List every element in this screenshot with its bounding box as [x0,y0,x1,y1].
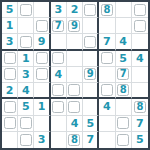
sudoku-cell-r3c5[interactable] [67,34,83,50]
sudoku-cell-r4c4[interactable] [51,51,67,67]
sudoku-cell-r5c8[interactable]: 7 [116,67,132,83]
empty-input-box [68,101,80,113]
sudoku-cell-r7c4[interactable] [51,99,67,115]
empty-input-box [117,134,129,146]
empty-input-box [68,84,80,96]
sudoku-cell-r7c7[interactable]: 4 [99,99,115,115]
digit: 3 [54,4,62,15]
sudoku-cell-r1c4[interactable]: 3 [51,2,67,18]
digit: 8 [120,85,127,95]
empty-input-box [134,4,146,16]
digit: 5 [136,134,144,145]
digit: 5 [6,4,14,15]
sudoku-cell-r7c8[interactable] [116,99,132,115]
sudoku-cell-r6c2[interactable]: 4 [18,83,34,99]
sudoku-board: 53281793974154349724851484573875 [0,0,150,150]
sudoku-cell-r6c5[interactable] [67,83,83,99]
sudoku-cell-r8c8[interactable] [116,116,132,132]
digit: 8 [103,5,110,15]
sudoku-cell-r7c6[interactable] [83,99,99,115]
sudoku-cell-r8c2[interactable] [18,116,34,132]
digit: 2 [6,85,14,96]
sudoku-cell-r2c4[interactable]: 7 [51,18,67,34]
empty-input-box [36,20,48,32]
sudoku-cell-r5c4[interactable]: 4 [51,67,67,83]
sudoku-cell-r1c7[interactable]: 8 [99,2,115,18]
filled-input-box: 7 [52,20,64,32]
digit: 7 [103,36,111,47]
filled-input-box: 8 [117,84,129,96]
sudoku-cell-r3c7[interactable]: 7 [99,34,115,50]
empty-input-box [20,117,32,129]
digit: 4 [136,53,144,64]
digit: 4 [22,85,30,96]
sudoku-cell-r5c1[interactable] [2,67,18,83]
sudoku-cell-r4c3[interactable] [34,51,50,67]
digit: 9 [38,36,46,47]
digit: 7 [55,21,62,31]
sudoku-cell-r7c9[interactable]: 8 [132,99,148,115]
sudoku-cell-r1c2[interactable] [18,2,34,18]
empty-input-box [4,52,16,64]
sudoku-cell-r7c3[interactable]: 1 [34,99,50,115]
sudoku-cell-r2c2[interactable] [18,18,34,34]
sudoku-cell-r7c1[interactable] [2,99,18,115]
sudoku-cell-r9c9[interactable]: 5 [132,132,148,148]
digit: 1 [6,20,14,31]
sudoku-cell-r1c9[interactable] [132,2,148,18]
sudoku-cell-r2c8[interactable] [116,18,132,34]
filled-input-box: 7 [117,68,129,80]
sudoku-cell-r8c6[interactable]: 5 [83,116,99,132]
sudoku-cell-r6c3[interactable] [34,83,50,99]
digit: 3 [6,36,14,47]
digit: 1 [38,101,46,112]
empty-input-box [36,52,48,64]
sudoku-cell-r2c3[interactable] [34,18,50,34]
sudoku-cell-r5c3[interactable] [34,67,50,83]
sudoku-cell-r3c8[interactable]: 4 [116,34,132,50]
sudoku-cell-r9c3[interactable]: 3 [34,132,50,148]
sudoku-cell-r4c1[interactable] [2,51,18,67]
empty-input-box [4,101,16,113]
digit: 9 [87,69,94,79]
sudoku-cell-r5c9[interactable] [132,67,148,83]
sudoku-cell-r1c5[interactable]: 2 [67,2,83,18]
sudoku-cell-r2c9[interactable] [132,18,148,34]
sudoku-cell-r4c7[interactable] [99,51,115,67]
sudoku-cell-r9c8[interactable] [116,132,132,148]
digit: 7 [136,118,144,129]
sudoku-cell-r3c9[interactable] [132,34,148,50]
empty-input-box [36,68,48,80]
filled-input-box: 9 [84,68,96,80]
sudoku-cell-r9c2[interactable] [18,132,34,148]
sudoku-cell-r6c1[interactable]: 2 [2,83,18,99]
empty-input-box [20,134,32,146]
digit: 5 [86,118,94,129]
digit: 4 [54,69,62,80]
digit: 5 [22,101,30,112]
empty-input-box [134,20,146,32]
sudoku-cell-r8c4[interactable] [51,116,67,132]
digit: 9 [71,21,78,31]
empty-input-box [52,52,64,64]
sudoku-cell-r6c6[interactable] [83,83,99,99]
sudoku-cell-r1c1[interactable]: 5 [2,2,18,18]
digit: 2 [71,4,79,15]
sudoku-cell-r2c5[interactable]: 9 [67,18,83,34]
digit: 7 [86,134,94,145]
sudoku-cell-r6c4[interactable] [51,83,67,99]
digit: 7 [120,69,127,79]
sudoku-cell-r4c6[interactable] [83,51,99,67]
empty-input-box [84,36,96,48]
empty-input-box [20,36,32,48]
digit: 5 [119,53,127,64]
sudoku-cell-r9c6[interactable]: 7 [83,132,99,148]
sudoku-cell-r3c6[interactable] [83,34,99,50]
sudoku-cell-r2c7[interactable] [99,18,115,34]
digit: 4 [71,118,79,129]
empty-input-box [84,4,96,16]
sudoku-cell-r8c1[interactable] [2,116,18,132]
digit: 3 [38,134,46,145]
sudoku-cell-r1c3[interactable] [34,2,50,18]
digit: 4 [103,101,111,112]
sudoku-cell-r5c5[interactable] [67,67,83,83]
sudoku-cell-r3c2[interactable] [18,34,34,50]
sudoku-cell-r5c6[interactable]: 9 [83,67,99,83]
filled-input-box: 8 [134,101,146,113]
empty-input-box [20,4,32,16]
sudoku-cell-r6c7[interactable] [99,83,115,99]
sudoku-cell-r8c5[interactable]: 4 [67,116,83,132]
sudoku-cell-r8c9[interactable]: 7 [132,116,148,132]
sudoku-cell-r2c6[interactable] [83,18,99,34]
sudoku-cell-r5c2[interactable]: 3 [18,67,34,83]
sudoku-cell-r5c7[interactable] [99,67,115,83]
sudoku-cell-r7c2[interactable]: 5 [18,99,34,115]
sudoku-cell-r9c5[interactable]: 8 [67,132,83,148]
digit: 4 [119,36,127,47]
sudoku-cell-r3c3[interactable]: 9 [34,34,50,50]
sudoku-cell-r3c4[interactable] [51,34,67,50]
sudoku-cell-r4c9[interactable]: 4 [132,51,148,67]
empty-input-box [101,52,113,64]
digit: 8 [71,135,78,145]
filled-input-box: 8 [68,134,80,146]
sudoku-cell-r1c8[interactable] [116,2,132,18]
sudoku-cell-r9c7[interactable] [99,132,115,148]
filled-input-box: 9 [68,20,80,32]
empty-input-box [52,84,64,96]
empty-input-box [4,117,16,129]
sudoku-cell-r8c3[interactable] [34,116,50,132]
digit: 3 [22,69,30,80]
sudoku-cell-r9c4[interactable] [51,132,67,148]
empty-input-box [4,68,16,80]
sudoku-cell-r8c7[interactable] [99,116,115,132]
sudoku-cell-r3c1[interactable]: 3 [2,34,18,50]
sudoku-cell-r1c6[interactable] [83,2,99,18]
empty-input-box [101,84,113,96]
empty-input-box [52,101,64,113]
sudoku-cell-r6c9[interactable] [132,83,148,99]
digit: 8 [136,102,143,112]
filled-input-box: 8 [101,4,113,16]
digit: 1 [22,53,30,64]
sudoku-cell-r2c1[interactable]: 1 [2,18,18,34]
sudoku-cell-r4c5[interactable] [67,51,83,67]
sudoku-cell-r9c1[interactable] [2,132,18,148]
sudoku-cell-r7c5[interactable] [67,99,83,115]
sudoku-cell-r6c8[interactable]: 8 [116,83,132,99]
sudoku-cell-r4c8[interactable]: 5 [116,51,132,67]
empty-input-box [117,117,129,129]
sudoku-cell-r4c2[interactable]: 1 [18,51,34,67]
